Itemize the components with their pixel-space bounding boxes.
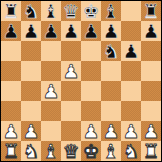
square-f8[interactable]: ♝ [101, 1, 121, 21]
square-b1[interactable]: ♞ [21, 141, 41, 161]
square-h1[interactable]: ♜ [141, 141, 161, 161]
piece-white-pawn[interactable]: ♟ [102, 121, 119, 141]
piece-black-bishop[interactable]: ♝ [42, 1, 59, 21]
square-f6[interactable]: ♞ [101, 41, 121, 61]
piece-white-pawn[interactable]: ♟ [22, 121, 39, 141]
piece-white-bishop[interactable]: ♝ [102, 141, 119, 161]
square-c7[interactable]: ♟ [41, 21, 61, 41]
piece-white-pawn[interactable]: ♟ [82, 121, 99, 141]
piece-black-king[interactable]: ♚ [82, 1, 99, 21]
square-a3[interactable] [1, 101, 21, 121]
square-e8[interactable]: ♚ [81, 1, 101, 21]
square-c8[interactable]: ♝ [41, 1, 61, 21]
square-d2[interactable] [61, 121, 81, 141]
square-a1[interactable]: ♜ [1, 141, 21, 161]
piece-black-pawn[interactable]: ♟ [122, 41, 139, 61]
square-d4[interactable] [61, 81, 81, 101]
square-e7[interactable]: ♟ [81, 21, 101, 41]
square-b4[interactable] [21, 81, 41, 101]
square-c4[interactable]: ♟ [41, 81, 61, 101]
square-f1[interactable]: ♝ [101, 141, 121, 161]
square-h2[interactable]: ♟ [141, 121, 161, 141]
square-d7[interactable]: ♟ [61, 21, 81, 41]
square-e3[interactable] [81, 101, 101, 121]
square-h5[interactable] [141, 61, 161, 81]
piece-white-rook[interactable]: ♜ [142, 141, 159, 161]
square-e2[interactable]: ♟ [81, 121, 101, 141]
piece-white-knight[interactable]: ♞ [22, 141, 39, 161]
piece-black-pawn[interactable]: ♟ [102, 21, 119, 41]
chess-board: ♜♞♝♛♚♝♜♟♟♟♟♟♟♟♞♟♟♟♟♟♟♟♟♟♜♞♝♛♚♝♞♜ [0, 0, 162, 162]
square-f3[interactable] [101, 101, 121, 121]
piece-white-bishop[interactable]: ♝ [42, 141, 59, 161]
piece-white-queen[interactable]: ♛ [62, 141, 79, 161]
square-d5[interactable]: ♟ [61, 61, 81, 81]
square-g7[interactable] [121, 21, 141, 41]
square-a7[interactable]: ♟ [1, 21, 21, 41]
square-b8[interactable]: ♞ [21, 1, 41, 21]
piece-black-pawn[interactable]: ♟ [22, 21, 39, 41]
square-h3[interactable] [141, 101, 161, 121]
square-b6[interactable] [21, 41, 41, 61]
square-c5[interactable] [41, 61, 61, 81]
piece-white-pawn[interactable]: ♟ [2, 121, 19, 141]
piece-black-rook[interactable]: ♜ [142, 1, 159, 21]
piece-black-pawn[interactable]: ♟ [42, 21, 59, 41]
square-g3[interactable] [121, 101, 141, 121]
square-e1[interactable]: ♚ [81, 141, 101, 161]
square-e4[interactable] [81, 81, 101, 101]
piece-white-pawn[interactable]: ♟ [142, 121, 159, 141]
square-a8[interactable]: ♜ [1, 1, 21, 21]
square-h6[interactable] [141, 41, 161, 61]
piece-black-knight[interactable]: ♞ [22, 1, 39, 21]
piece-black-pawn[interactable]: ♟ [62, 21, 79, 41]
square-c1[interactable]: ♝ [41, 141, 61, 161]
square-f4[interactable] [101, 81, 121, 101]
square-g1[interactable]: ♞ [121, 141, 141, 161]
square-d8[interactable]: ♛ [61, 1, 81, 21]
piece-black-queen[interactable]: ♛ [62, 1, 79, 21]
piece-black-knight[interactable]: ♞ [102, 41, 119, 61]
square-h7[interactable]: ♟ [141, 21, 161, 41]
square-a5[interactable] [1, 61, 21, 81]
square-d6[interactable] [61, 41, 81, 61]
square-f2[interactable]: ♟ [101, 121, 121, 141]
square-a2[interactable]: ♟ [1, 121, 21, 141]
piece-black-pawn[interactable]: ♟ [82, 21, 99, 41]
square-a4[interactable] [1, 81, 21, 101]
square-d3[interactable] [61, 101, 81, 121]
square-b5[interactable] [21, 61, 41, 81]
square-f7[interactable]: ♟ [101, 21, 121, 41]
piece-black-pawn[interactable]: ♟ [2, 21, 19, 41]
square-g4[interactable] [121, 81, 141, 101]
square-c6[interactable] [41, 41, 61, 61]
square-b2[interactable]: ♟ [21, 121, 41, 141]
square-g8[interactable] [121, 1, 141, 21]
square-f5[interactable] [101, 61, 121, 81]
piece-black-pawn[interactable]: ♟ [142, 21, 159, 41]
piece-white-pawn[interactable]: ♟ [42, 81, 59, 101]
piece-white-rook[interactable]: ♜ [2, 141, 19, 161]
square-e6[interactable] [81, 41, 101, 61]
square-b3[interactable] [21, 101, 41, 121]
square-g2[interactable]: ♟ [121, 121, 141, 141]
square-c2[interactable] [41, 121, 61, 141]
square-d1[interactable]: ♛ [61, 141, 81, 161]
square-a6[interactable] [1, 41, 21, 61]
square-h4[interactable] [141, 81, 161, 101]
square-g5[interactable] [121, 61, 141, 81]
square-c3[interactable] [41, 101, 61, 121]
piece-white-pawn[interactable]: ♟ [62, 61, 79, 81]
square-g6[interactable]: ♟ [121, 41, 141, 61]
piece-white-pawn[interactable]: ♟ [122, 121, 139, 141]
piece-white-knight[interactable]: ♞ [122, 141, 139, 161]
square-e5[interactable] [81, 61, 101, 81]
square-b7[interactable]: ♟ [21, 21, 41, 41]
piece-black-bishop[interactable]: ♝ [102, 1, 119, 21]
piece-white-king[interactable]: ♚ [82, 141, 99, 161]
square-h8[interactable]: ♜ [141, 1, 161, 21]
piece-black-rook[interactable]: ♜ [2, 1, 19, 21]
